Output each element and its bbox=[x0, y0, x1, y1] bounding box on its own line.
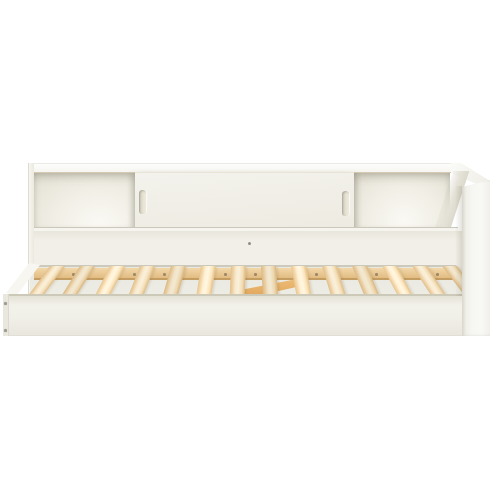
corner-seam-shadow bbox=[455, 186, 462, 296]
rail-screw bbox=[315, 273, 318, 276]
rail-screw bbox=[375, 273, 378, 276]
rail-screw bbox=[163, 273, 166, 276]
front-screw bbox=[4, 329, 7, 332]
rail-screw bbox=[254, 273, 257, 276]
right-shelf-compartment bbox=[354, 173, 450, 228]
product-photo-daybed bbox=[0, 0, 500, 500]
bed-slat bbox=[230, 266, 246, 296]
rail-screw bbox=[224, 273, 227, 276]
front-screw bbox=[4, 302, 7, 305]
panel-screw-dot bbox=[248, 242, 251, 245]
door-handle-left bbox=[139, 190, 146, 214]
sliding-door bbox=[135, 172, 354, 228]
front-rail bbox=[8, 294, 462, 336]
rail-screw bbox=[436, 273, 439, 276]
bed-slat bbox=[261, 266, 278, 296]
left-shelf-compartment bbox=[33, 173, 135, 228]
corner-side-panel bbox=[462, 180, 490, 336]
door-handle-right bbox=[342, 191, 349, 216]
